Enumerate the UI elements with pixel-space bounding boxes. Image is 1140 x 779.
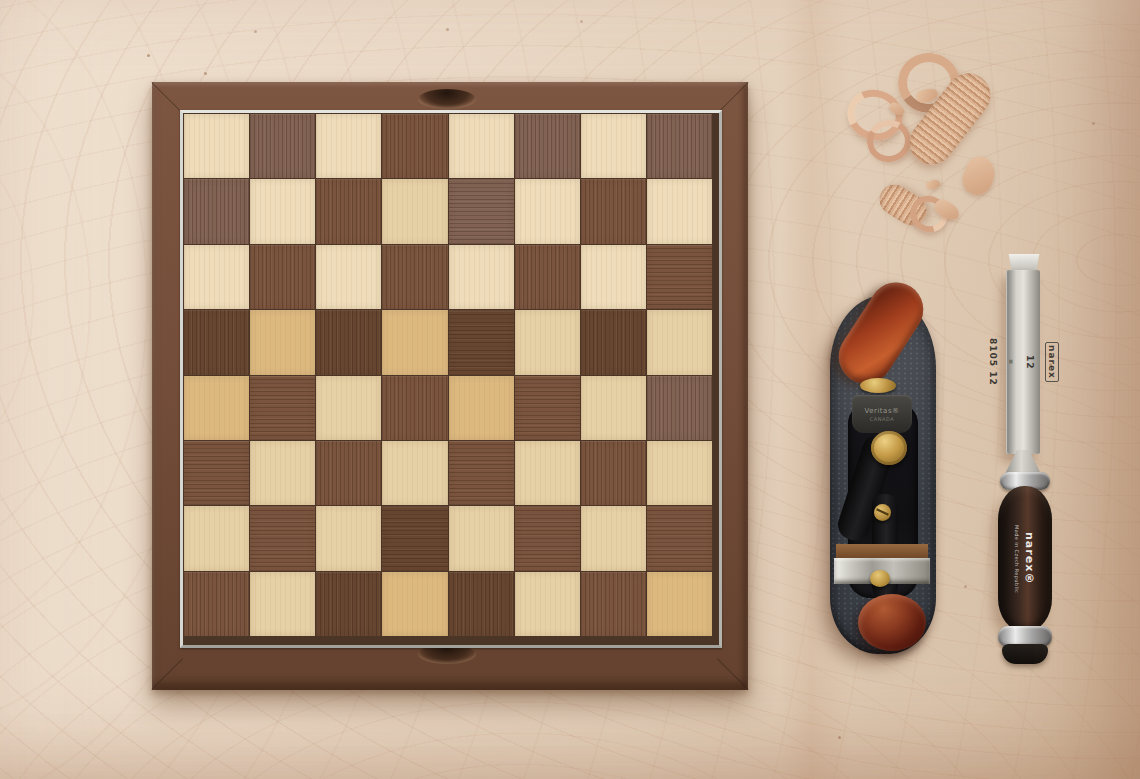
board-square[interactable] <box>250 310 315 374</box>
board-square[interactable] <box>647 310 712 374</box>
board-square[interactable] <box>316 376 381 440</box>
board-square[interactable] <box>316 310 381 374</box>
board-square[interactable] <box>647 114 712 178</box>
board-square[interactable] <box>647 506 712 570</box>
board-square[interactable] <box>449 245 514 309</box>
board-square[interactable] <box>382 572 447 636</box>
board-square[interactable] <box>647 179 712 243</box>
board-square[interactable] <box>515 245 580 309</box>
chisel-handle: Made in Czech Republic narex® <box>998 486 1052 632</box>
metal-trim <box>180 110 722 648</box>
board-square[interactable] <box>581 245 646 309</box>
board-square[interactable] <box>449 114 514 178</box>
board-square[interactable] <box>449 506 514 570</box>
chessboard-box <box>152 82 748 690</box>
board-square[interactable] <box>581 506 646 570</box>
board-square[interactable] <box>316 572 381 636</box>
board-square[interactable] <box>515 310 580 374</box>
finger-notch-top <box>418 89 476 109</box>
board-square[interactable] <box>581 441 646 505</box>
board-square[interactable] <box>581 572 646 636</box>
chisel-handle-origin-text: Made in Czech Republic <box>1014 525 1020 593</box>
board-square[interactable] <box>250 114 315 178</box>
plane-front-knob <box>858 594 926 651</box>
frame-mitre-joint <box>717 658 749 690</box>
board-square[interactable] <box>515 506 580 570</box>
hand-plane: Veritas® CANADA <box>822 282 942 662</box>
board-square[interactable] <box>316 245 381 309</box>
board-square[interactable] <box>382 245 447 309</box>
plane-brass-nut <box>870 570 890 587</box>
chisel-blade-mark: ≡ <box>1008 359 1015 365</box>
plane-origin-text: CANADA <box>870 416 894 422</box>
board-square[interactable] <box>449 572 514 636</box>
board-square[interactable] <box>382 376 447 440</box>
board-square[interactable] <box>316 441 381 505</box>
chisel-blade-size-text: 12 <box>1025 355 1035 370</box>
plane-lever-cap: Veritas® CANADA <box>852 395 912 433</box>
chisel: narex 12 ≡ 8105 12 Made in Czech Republi… <box>986 250 1066 670</box>
plane-brand-text: Veritas® <box>864 407 899 415</box>
board-square[interactable] <box>515 376 580 440</box>
chisel-handle-markings: Made in Czech Republic narex® <box>1014 525 1036 593</box>
board-square[interactable] <box>515 179 580 243</box>
board-square[interactable] <box>184 441 249 505</box>
plane-brass-adjuster-knob <box>871 431 907 465</box>
frame-mitre-joint <box>151 82 183 114</box>
chessboard <box>184 114 712 636</box>
board-square[interactable] <box>250 179 315 243</box>
board-square[interactable] <box>647 572 712 636</box>
board-square[interactable] <box>449 441 514 505</box>
board-square[interactable] <box>316 114 381 178</box>
board-square[interactable] <box>581 376 646 440</box>
board-square[interactable] <box>647 376 712 440</box>
plane-brass-screw <box>874 504 891 521</box>
chisel-blade-model-text: 8105 12 <box>988 338 998 386</box>
board-square[interactable] <box>581 179 646 243</box>
board-square[interactable] <box>449 179 514 243</box>
board-square[interactable] <box>515 572 580 636</box>
chisel-blade-brand-text: narex <box>1045 342 1059 382</box>
chisel-handle-brand-text: narex® <box>1023 532 1036 586</box>
board-square[interactable] <box>382 310 447 374</box>
board-square[interactable] <box>515 114 580 178</box>
board-square[interactable] <box>515 441 580 505</box>
board-square[interactable] <box>382 179 447 243</box>
board-square[interactable] <box>250 441 315 505</box>
board-square[interactable] <box>581 114 646 178</box>
board-square[interactable] <box>184 376 249 440</box>
chisel-end-cap <box>1002 644 1048 664</box>
board-square[interactable] <box>647 245 712 309</box>
board-square[interactable] <box>184 310 249 374</box>
workbench-scene: Veritas® CANADA narex 12 ≡ 8105 12 Made … <box>0 0 1140 779</box>
board-square[interactable] <box>184 179 249 243</box>
board-square[interactable] <box>184 245 249 309</box>
board-square[interactable] <box>382 441 447 505</box>
board-square[interactable] <box>581 310 646 374</box>
frame-mitre-joint <box>151 658 183 690</box>
wood-shaving-curl <box>882 172 977 238</box>
chisel-blade-markings: narex 12 ≡ 8105 12 <box>988 338 1059 386</box>
board-square[interactable] <box>382 506 447 570</box>
board-square[interactable] <box>449 376 514 440</box>
plane-lever-cap-screw <box>860 378 896 393</box>
board-square[interactable] <box>184 114 249 178</box>
board-square[interactable] <box>316 179 381 243</box>
board-square[interactable] <box>449 310 514 374</box>
table-specks <box>0 0 3 3</box>
board-square[interactable] <box>250 506 315 570</box>
board-square[interactable] <box>647 441 712 505</box>
board-square[interactable] <box>250 376 315 440</box>
chisel-blade: narex 12 ≡ 8105 12 <box>1006 270 1040 454</box>
board-square[interactable] <box>184 572 249 636</box>
board-square[interactable] <box>382 114 447 178</box>
board-square[interactable] <box>250 245 315 309</box>
board-square[interactable] <box>250 572 315 636</box>
board-square[interactable] <box>184 506 249 570</box>
board-square[interactable] <box>316 506 381 570</box>
